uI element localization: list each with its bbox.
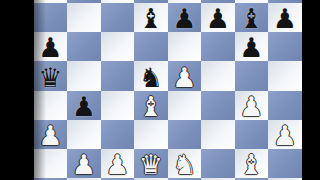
square-f2 — [201, 149, 235, 178]
square-g4: ♟ — [235, 91, 269, 120]
square-a7 — [34, 3, 68, 32]
square-h1 — [268, 178, 302, 180]
square-h5 — [268, 61, 302, 90]
piece-white-pawn-a3: ♟ — [38, 122, 62, 149]
piece-white-bishop-g2: ♝ — [239, 151, 263, 178]
square-f7: ♟ — [201, 3, 235, 32]
square-e3 — [168, 120, 202, 149]
square-h4 — [268, 91, 302, 120]
square-h6 — [268, 32, 302, 61]
square-c6 — [101, 32, 135, 61]
piece-white-pawn-c2: ♟ — [105, 151, 129, 178]
square-b4: ♟ — [67, 91, 101, 120]
square-f3 — [201, 120, 235, 149]
square-b2: ♟ — [67, 149, 101, 178]
square-a3: ♟ — [34, 120, 68, 149]
square-f1 — [201, 178, 235, 180]
square-f6 — [201, 32, 235, 61]
piece-white-bishop-d4: ♝ — [139, 93, 163, 120]
square-g3 — [235, 120, 269, 149]
piece-white-knight-e2: ♞ — [172, 151, 196, 178]
piece-black-pawn-f7: ♟ — [206, 5, 230, 32]
piece-black-bishop-g7: ♝ — [239, 5, 263, 32]
square-d7: ♝ — [134, 3, 168, 32]
square-a2 — [34, 149, 68, 178]
square-h2 — [268, 149, 302, 178]
square-c5 — [101, 61, 135, 90]
square-c1 — [101, 178, 135, 180]
piece-black-pawn-a6: ♟ — [38, 34, 62, 61]
square-d4: ♝ — [134, 91, 168, 120]
square-e2: ♞ — [168, 149, 202, 178]
square-d2: ♛ — [134, 149, 168, 178]
square-g2: ♝ — [235, 149, 269, 178]
piece-black-pawn-b4: ♟ — [72, 93, 96, 120]
piece-black-pawn-e7: ♟ — [172, 5, 196, 32]
square-e5: ♟ — [168, 61, 202, 90]
square-c7 — [101, 3, 135, 32]
square-b3 — [67, 120, 101, 149]
piece-black-pawn-h7: ♟ — [273, 5, 297, 32]
piece-white-pawn-g4: ♟ — [239, 93, 263, 120]
video-frame: ♜♚♝♟♟♝♟♟♟♛♞♟♟♝♟♟♟♟♟♛♞♝ — [0, 0, 320, 180]
letterbox-left — [0, 0, 34, 180]
square-e7: ♟ — [168, 3, 202, 32]
square-a6: ♟ — [34, 32, 68, 61]
square-e6 — [168, 32, 202, 61]
square-b7 — [67, 3, 101, 32]
square-b1 — [67, 178, 101, 180]
piece-white-queen-d2: ♛ — [139, 151, 163, 178]
square-b5 — [67, 61, 101, 90]
letterbox-right — [302, 0, 320, 180]
chess-board: ♜♚♝♟♟♝♟♟♟♛♞♟♟♝♟♟♟♟♟♛♞♝ — [34, 0, 302, 180]
square-e4 — [168, 91, 202, 120]
square-g6: ♟ — [235, 32, 269, 61]
square-g5 — [235, 61, 269, 90]
square-c3 — [101, 120, 135, 149]
square-c4 — [101, 91, 135, 120]
square-f4 — [201, 91, 235, 120]
piece-white-pawn-h3: ♟ — [273, 122, 297, 149]
square-e1 — [168, 178, 202, 180]
square-d6 — [134, 32, 168, 61]
square-f5 — [201, 61, 235, 90]
square-a4 — [34, 91, 68, 120]
piece-black-queen-a5: ♛ — [38, 64, 62, 91]
square-b6 — [67, 32, 101, 61]
piece-black-bishop-d7: ♝ — [139, 5, 163, 32]
piece-white-pawn-b2: ♟ — [72, 151, 96, 178]
square-d5: ♞ — [134, 61, 168, 90]
square-a5: ♛ — [34, 61, 68, 90]
square-d3 — [134, 120, 168, 149]
piece-black-knight-d5: ♞ — [139, 64, 163, 91]
square-a1 — [34, 178, 68, 180]
square-c2: ♟ — [101, 149, 135, 178]
square-d1 — [134, 178, 168, 180]
square-g1 — [235, 178, 269, 180]
piece-white-pawn-e5: ♟ — [172, 64, 196, 91]
square-h3: ♟ — [268, 120, 302, 149]
piece-black-pawn-g6: ♟ — [239, 34, 263, 61]
square-h7: ♟ — [268, 3, 302, 32]
square-g7: ♝ — [235, 3, 269, 32]
